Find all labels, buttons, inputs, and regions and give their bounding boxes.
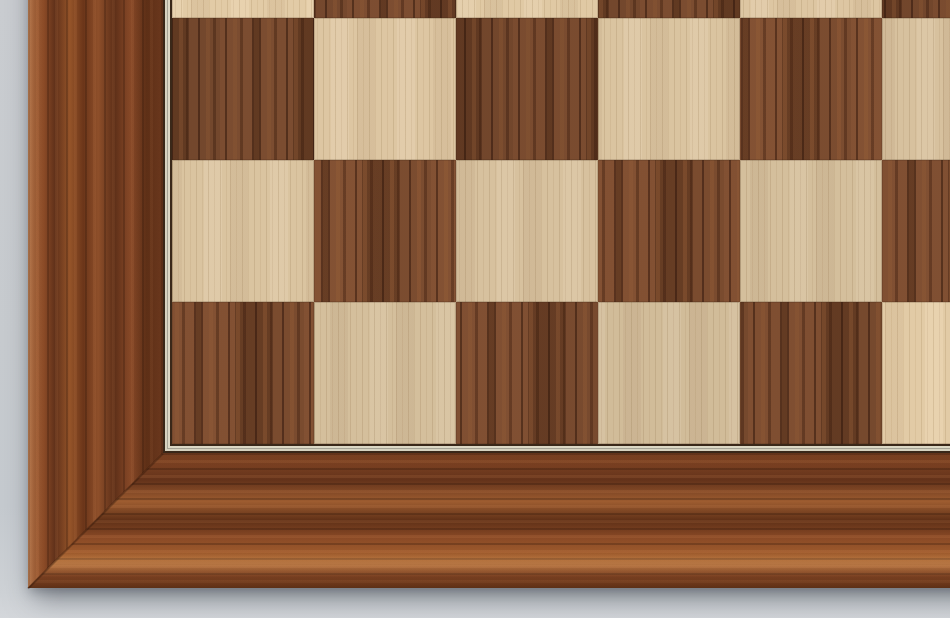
square-d4 xyxy=(598,0,740,18)
square-d1 xyxy=(598,302,740,444)
chess-board xyxy=(28,0,950,588)
square-a2 xyxy=(172,160,314,302)
square-b2 xyxy=(314,160,456,302)
square-a1 xyxy=(172,302,314,444)
square-f4 xyxy=(882,0,950,18)
playing-surface xyxy=(172,0,950,444)
square-c3 xyxy=(456,18,598,160)
square-c4 xyxy=(456,0,598,18)
square-e4 xyxy=(740,0,882,18)
square-f3 xyxy=(882,18,950,160)
square-b4 xyxy=(314,0,456,18)
square-b3 xyxy=(314,18,456,160)
square-a4 xyxy=(172,0,314,18)
square-e3 xyxy=(740,18,882,160)
square-a3 xyxy=(172,18,314,160)
square-d2 xyxy=(598,160,740,302)
square-d3 xyxy=(598,18,740,160)
square-f2 xyxy=(882,160,950,302)
board-frame-bottom xyxy=(28,453,950,588)
square-f1 xyxy=(882,302,950,444)
square-c2 xyxy=(456,160,598,302)
square-c1 xyxy=(456,302,598,444)
square-e1 xyxy=(740,302,882,444)
square-e2 xyxy=(740,160,882,302)
square-b1 xyxy=(314,302,456,444)
photo-background xyxy=(0,0,950,618)
